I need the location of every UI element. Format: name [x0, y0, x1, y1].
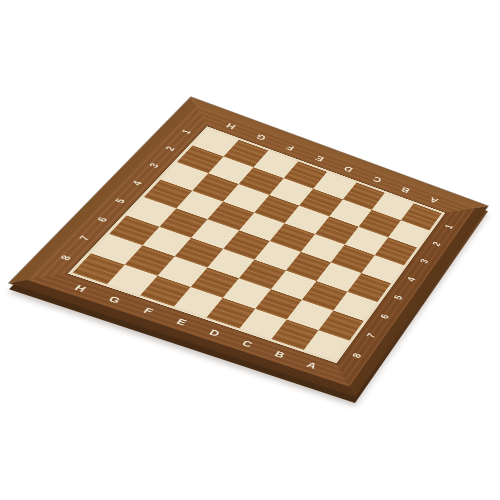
product-photo-stage: HGFEDCBA HGFEDCBA 12345678 12345678	[0, 0, 500, 500]
chessboard: HGFEDCBA HGFEDCBA 12345678 12345678	[9, 97, 488, 397]
